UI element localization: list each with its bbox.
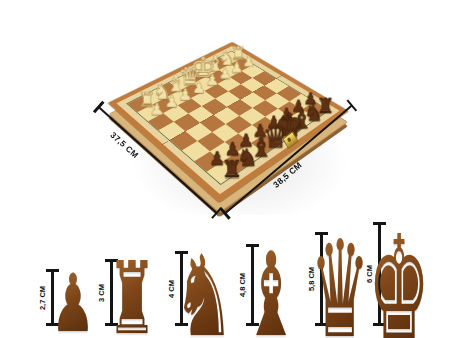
- board-scene: ♜♞♝♛♚♝♞♜♟♟♟♟♟♟♟♟♟♟♟♟♟♟♟♟♜♞♝♛♚♝♞♜ 37,5 CM…: [0, 0, 450, 220]
- measured-piece-knight: 4 CM ♞: [180, 252, 228, 325]
- king-figure: ♚: [368, 216, 430, 338]
- measured-piece-king: 6 CM ♚: [378, 223, 420, 325]
- measured-piece-rook: 3 CM ♜: [110, 260, 154, 325]
- square-a1: ♜: [128, 96, 153, 112]
- piece-white-pawn: ♟: [231, 60, 244, 75]
- piece-white-pawn: ♟: [164, 94, 178, 110]
- piece-white-pawn: ♟: [218, 67, 231, 82]
- piece-white-pawn: ♟: [150, 102, 165, 118]
- piece-black-rook: ♜: [221, 157, 242, 181]
- rook-figure: ♜: [107, 249, 156, 338]
- piece-white-pawn: ♟: [192, 80, 206, 96]
- piece-white-pawn: ♟: [243, 54, 256, 68]
- pawn-figure: ♟: [51, 264, 95, 338]
- measured-piece-bishop: 4,8 CM ♝: [251, 245, 291, 325]
- bishop-figure: ♝: [242, 237, 299, 338]
- height-label: 2,7 CM: [38, 285, 47, 309]
- measured-piece-pawn: 2,7 CM ♟: [51, 270, 95, 325]
- height-label: 3 CM: [97, 284, 106, 302]
- queen-figure: ♛: [310, 223, 370, 338]
- piece-white-pawn: ♟: [179, 87, 193, 103]
- piece-white-pawn: ♟: [206, 73, 220, 88]
- measured-piece-queen: 5,8 CM ♛: [320, 233, 360, 325]
- knight-figure: ♞: [173, 240, 235, 338]
